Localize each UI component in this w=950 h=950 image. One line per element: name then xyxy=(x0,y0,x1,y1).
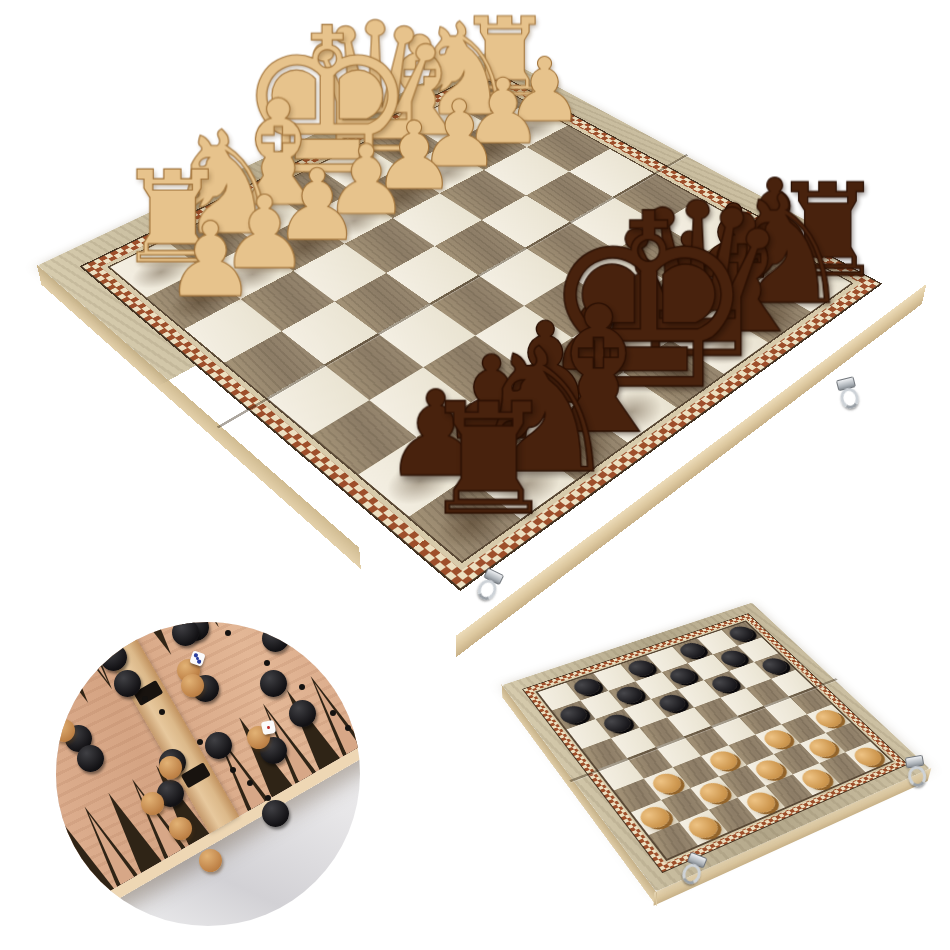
chess-piece-black-rook: ♜ xyxy=(419,383,557,537)
inlay-dot xyxy=(230,767,236,773)
backgammon-checker-black xyxy=(289,700,316,727)
chess-board-frame: ♜♞♝♚♛♝♞♜♟♟♟♟♟♟♟♟♟♟♟♟♟♟♟♟♜♞♝♚♛♝♞♜ xyxy=(38,51,926,635)
checkers-grid xyxy=(538,622,891,859)
checker-black xyxy=(556,703,592,727)
backgammon-checker-black xyxy=(77,745,104,772)
clasp-icon xyxy=(904,754,929,785)
point-inner xyxy=(56,638,67,714)
backgammon-board xyxy=(56,622,360,926)
backgammon-checker-black xyxy=(262,800,289,827)
chess-piece-white-pawn: ♟ xyxy=(164,209,256,312)
clasp-ring xyxy=(906,764,927,788)
backgammon-checker-wood xyxy=(181,674,204,697)
point-inner xyxy=(62,622,115,686)
backgammon-checker-black xyxy=(262,625,289,652)
inlay-dot xyxy=(197,739,203,745)
checkers-square-7-3 xyxy=(738,786,786,820)
product-photo: ♜♞♝♚♛♝♞♜♟♟♟♟♟♟♟♟♟♟♟♟♟♟♟♟♜♞♝♚♛♝♞♜ xyxy=(0,0,950,950)
mosaic-border xyxy=(522,613,908,873)
checkers-board xyxy=(502,603,930,892)
inner-margin xyxy=(533,619,897,864)
clasp-icon xyxy=(835,376,861,408)
inner-margin: ♜♞♝♚♛♝♞♜♟♟♟♟♟♟♟♟♟♟♟♟♟♟♟♟♜♞♝♚♛♝♞♜ xyxy=(100,78,860,571)
inlay-dot xyxy=(142,696,148,702)
mosaic-border: ♜♞♝♚♛♝♞♜♟♟♟♟♟♟♟♟♟♟♟♟♟♟♟♟♜♞♝♚♛♝♞♜ xyxy=(80,68,883,591)
backgammon-checker-wood xyxy=(159,756,182,779)
checker-wood xyxy=(849,744,886,769)
inlay-dot xyxy=(225,630,231,636)
checkers-square-6-2 xyxy=(690,776,737,809)
backgammon-point xyxy=(74,801,138,887)
checker-wood xyxy=(797,766,835,792)
inlay-dot xyxy=(247,780,253,786)
backgammon-checker-black xyxy=(205,732,232,759)
backgammon-point xyxy=(56,622,99,708)
checkers-board-frame xyxy=(502,603,930,892)
backgammon-checker-black xyxy=(100,644,127,671)
backgammon-checker-black xyxy=(114,670,141,697)
backgammon-checker-black xyxy=(260,670,287,697)
checkers-square-2-0 xyxy=(567,719,611,749)
backgammon-inset xyxy=(56,622,360,926)
chess-board: ♜♞♝♚♛♝♞♜♟♟♟♟♟♟♟♟♟♟♟♟♟♟♟♟♜♞♝♚♛♝♞♜ xyxy=(38,51,926,635)
die-pip xyxy=(266,725,270,729)
dice-icon xyxy=(261,720,276,735)
inlay-dot xyxy=(159,709,165,715)
chess-grid: ♜♞♝♚♛♝♞♜♟♟♟♟♟♟♟♟♟♟♟♟♟♟♟♟♜♞♝♚♛♝♞♜ xyxy=(110,82,851,561)
backgammon-checker-wood xyxy=(199,849,222,872)
die-pip xyxy=(197,660,201,664)
backgammon-checker-wood xyxy=(169,817,192,840)
square-a8: ♜ xyxy=(409,477,520,561)
inlay-dot xyxy=(330,710,336,716)
checkers-square-6-7 xyxy=(826,723,871,753)
backgammon-checker-wood xyxy=(141,792,164,815)
inlay-dot xyxy=(264,660,270,666)
inlay-dot xyxy=(345,725,351,731)
backgammon-point xyxy=(56,636,75,722)
inlay-dot xyxy=(299,684,305,690)
